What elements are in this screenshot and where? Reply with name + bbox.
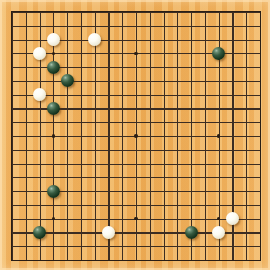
intersection[interactable] <box>170 88 184 102</box>
intersection[interactable] <box>102 239 116 253</box>
intersection[interactable] <box>198 143 212 157</box>
intersection[interactable] <box>115 88 129 102</box>
intersection[interactable] <box>74 46 88 60</box>
intersection[interactable] <box>102 5 116 19</box>
intersection[interactable] <box>226 60 240 74</box>
intersection[interactable] <box>170 226 184 240</box>
intersection[interactable] <box>157 157 171 171</box>
intersection[interactable] <box>143 143 157 157</box>
intersection[interactable] <box>129 19 143 33</box>
intersection[interactable] <box>157 33 171 47</box>
intersection[interactable] <box>198 184 212 198</box>
intersection[interactable] <box>115 226 129 240</box>
intersection[interactable] <box>74 212 88 226</box>
intersection[interactable] <box>88 5 102 19</box>
intersection[interactable] <box>60 19 74 33</box>
intersection[interactable] <box>60 157 74 171</box>
intersection[interactable] <box>102 157 116 171</box>
intersection[interactable] <box>129 88 143 102</box>
intersection[interactable] <box>74 60 88 74</box>
intersection[interactable] <box>102 226 116 240</box>
intersection[interactable] <box>115 184 129 198</box>
intersection[interactable] <box>19 143 33 157</box>
intersection[interactable] <box>239 5 253 19</box>
intersection[interactable] <box>157 253 171 267</box>
intersection[interactable] <box>253 46 267 60</box>
intersection[interactable] <box>5 33 19 47</box>
intersection[interactable] <box>115 198 129 212</box>
intersection[interactable] <box>184 226 198 240</box>
intersection[interactable] <box>115 46 129 60</box>
intersection[interactable] <box>226 157 240 171</box>
intersection[interactable] <box>46 19 60 33</box>
intersection[interactable] <box>5 239 19 253</box>
intersection[interactable] <box>239 212 253 226</box>
intersection[interactable] <box>157 184 171 198</box>
intersection[interactable] <box>74 129 88 143</box>
intersection[interactable] <box>170 198 184 212</box>
intersection[interactable] <box>88 46 102 60</box>
intersection[interactable] <box>88 226 102 240</box>
intersection[interactable] <box>88 129 102 143</box>
intersection[interactable] <box>239 226 253 240</box>
intersection[interactable] <box>157 46 171 60</box>
intersection[interactable] <box>212 33 226 47</box>
intersection[interactable] <box>253 226 267 240</box>
intersection[interactable] <box>157 198 171 212</box>
intersection[interactable] <box>129 239 143 253</box>
intersection[interactable] <box>46 102 60 116</box>
intersection[interactable] <box>102 198 116 212</box>
intersection[interactable] <box>253 74 267 88</box>
intersection[interactable] <box>239 46 253 60</box>
intersection[interactable] <box>60 33 74 47</box>
intersection[interactable] <box>74 19 88 33</box>
intersection[interactable] <box>198 239 212 253</box>
intersection[interactable] <box>184 19 198 33</box>
intersection[interactable] <box>170 157 184 171</box>
intersection[interactable] <box>253 212 267 226</box>
intersection[interactable] <box>184 143 198 157</box>
intersection[interactable] <box>170 115 184 129</box>
intersection[interactable] <box>5 198 19 212</box>
intersection[interactable] <box>129 102 143 116</box>
intersection[interactable] <box>184 212 198 226</box>
intersection[interactable] <box>239 88 253 102</box>
intersection[interactable] <box>74 74 88 88</box>
intersection[interactable] <box>253 143 267 157</box>
intersection[interactable] <box>170 102 184 116</box>
intersection[interactable] <box>198 198 212 212</box>
intersection[interactable] <box>88 253 102 267</box>
intersection[interactable] <box>143 212 157 226</box>
intersection[interactable] <box>19 157 33 171</box>
intersection[interactable] <box>226 198 240 212</box>
intersection[interactable] <box>46 198 60 212</box>
intersection[interactable] <box>5 19 19 33</box>
intersection[interactable] <box>33 88 47 102</box>
intersection[interactable] <box>226 46 240 60</box>
intersection[interactable] <box>60 184 74 198</box>
intersection[interactable] <box>239 129 253 143</box>
intersection[interactable] <box>102 88 116 102</box>
intersection[interactable] <box>74 143 88 157</box>
intersection[interactable] <box>102 184 116 198</box>
intersection[interactable] <box>198 5 212 19</box>
intersection[interactable] <box>157 60 171 74</box>
intersection[interactable] <box>170 33 184 47</box>
intersection[interactable] <box>5 115 19 129</box>
intersection[interactable] <box>198 33 212 47</box>
intersection[interactable] <box>5 253 19 267</box>
intersection[interactable] <box>19 88 33 102</box>
intersection[interactable] <box>253 239 267 253</box>
intersection[interactable] <box>239 253 253 267</box>
intersection[interactable] <box>212 115 226 129</box>
intersection[interactable] <box>129 74 143 88</box>
intersection[interactable] <box>239 60 253 74</box>
intersection[interactable] <box>184 170 198 184</box>
intersection[interactable] <box>102 102 116 116</box>
intersection[interactable] <box>157 102 171 116</box>
intersection[interactable] <box>60 253 74 267</box>
intersection[interactable] <box>60 198 74 212</box>
intersection[interactable] <box>19 212 33 226</box>
intersection[interactable] <box>129 170 143 184</box>
intersection[interactable] <box>60 226 74 240</box>
intersection[interactable] <box>19 74 33 88</box>
intersection[interactable] <box>129 143 143 157</box>
intersection[interactable] <box>253 88 267 102</box>
intersection[interactable] <box>46 212 60 226</box>
intersection[interactable] <box>184 253 198 267</box>
intersection[interactable] <box>33 198 47 212</box>
intersection[interactable] <box>129 157 143 171</box>
intersection[interactable] <box>157 129 171 143</box>
intersection[interactable] <box>88 74 102 88</box>
intersection[interactable] <box>60 74 74 88</box>
intersection[interactable] <box>157 212 171 226</box>
intersection[interactable] <box>226 115 240 129</box>
intersection[interactable] <box>5 46 19 60</box>
intersection[interactable] <box>19 102 33 116</box>
intersection[interactable] <box>198 226 212 240</box>
intersection[interactable] <box>157 115 171 129</box>
intersection[interactable] <box>212 253 226 267</box>
intersection[interactable] <box>143 239 157 253</box>
intersection[interactable] <box>115 33 129 47</box>
intersection[interactable] <box>157 19 171 33</box>
intersection[interactable] <box>212 5 226 19</box>
intersection[interactable] <box>184 33 198 47</box>
intersection[interactable] <box>129 253 143 267</box>
intersection[interactable] <box>143 74 157 88</box>
intersection[interactable] <box>143 129 157 143</box>
intersection[interactable] <box>129 212 143 226</box>
intersection[interactable] <box>212 46 226 60</box>
intersection[interactable] <box>46 170 60 184</box>
intersection[interactable] <box>170 253 184 267</box>
intersection[interactable] <box>143 33 157 47</box>
intersection[interactable] <box>198 19 212 33</box>
intersection[interactable] <box>60 129 74 143</box>
intersection[interactable] <box>184 60 198 74</box>
intersection[interactable] <box>46 239 60 253</box>
intersection[interactable] <box>212 184 226 198</box>
intersection[interactable] <box>88 102 102 116</box>
intersection[interactable] <box>19 253 33 267</box>
intersection[interactable] <box>212 102 226 116</box>
intersection[interactable] <box>212 19 226 33</box>
intersection[interactable] <box>74 239 88 253</box>
intersection[interactable] <box>5 102 19 116</box>
intersection[interactable] <box>74 157 88 171</box>
intersection[interactable] <box>239 102 253 116</box>
intersection[interactable] <box>170 19 184 33</box>
intersection[interactable] <box>226 212 240 226</box>
intersection[interactable] <box>198 60 212 74</box>
intersection[interactable] <box>226 170 240 184</box>
intersection[interactable] <box>129 198 143 212</box>
intersection[interactable] <box>170 143 184 157</box>
intersection[interactable] <box>19 19 33 33</box>
intersection[interactable] <box>115 19 129 33</box>
intersection[interactable] <box>60 88 74 102</box>
intersection[interactable] <box>115 74 129 88</box>
intersection[interactable] <box>88 88 102 102</box>
intersection[interactable] <box>239 239 253 253</box>
intersection[interactable] <box>33 170 47 184</box>
intersection[interactable] <box>74 170 88 184</box>
intersection[interactable] <box>88 143 102 157</box>
intersection[interactable] <box>226 88 240 102</box>
intersection[interactable] <box>184 115 198 129</box>
intersection[interactable] <box>74 184 88 198</box>
intersection[interactable] <box>88 33 102 47</box>
intersection[interactable] <box>239 143 253 157</box>
intersection[interactable] <box>129 226 143 240</box>
intersection[interactable] <box>88 60 102 74</box>
intersection[interactable] <box>184 198 198 212</box>
intersection[interactable] <box>33 74 47 88</box>
intersection[interactable] <box>226 253 240 267</box>
intersection[interactable] <box>143 198 157 212</box>
intersection[interactable] <box>226 5 240 19</box>
intersection[interactable] <box>19 226 33 240</box>
intersection[interactable] <box>198 46 212 60</box>
intersection[interactable] <box>226 184 240 198</box>
intersection[interactable] <box>88 115 102 129</box>
intersection[interactable] <box>253 170 267 184</box>
intersection[interactable] <box>184 102 198 116</box>
intersection[interactable] <box>143 102 157 116</box>
intersection[interactable] <box>170 170 184 184</box>
intersection[interactable] <box>253 19 267 33</box>
intersection[interactable] <box>46 157 60 171</box>
intersection[interactable] <box>102 74 116 88</box>
intersection[interactable] <box>60 102 74 116</box>
intersection[interactable] <box>60 5 74 19</box>
intersection[interactable] <box>115 129 129 143</box>
intersection[interactable] <box>33 102 47 116</box>
intersection[interactable] <box>115 143 129 157</box>
intersection[interactable] <box>33 253 47 267</box>
intersection[interactable] <box>226 74 240 88</box>
intersection[interactable] <box>226 102 240 116</box>
intersection[interactable] <box>46 33 60 47</box>
intersection[interactable] <box>102 253 116 267</box>
intersection[interactable] <box>115 170 129 184</box>
intersection[interactable] <box>19 5 33 19</box>
intersection[interactable] <box>19 33 33 47</box>
intersection[interactable] <box>33 239 47 253</box>
intersection[interactable] <box>60 115 74 129</box>
intersection[interactable] <box>5 170 19 184</box>
intersection[interactable] <box>143 184 157 198</box>
intersection[interactable] <box>226 143 240 157</box>
intersection[interactable] <box>198 170 212 184</box>
intersection[interactable] <box>33 184 47 198</box>
intersection[interactable] <box>143 19 157 33</box>
intersection[interactable] <box>226 239 240 253</box>
intersection[interactable] <box>102 19 116 33</box>
intersection[interactable] <box>157 143 171 157</box>
intersection[interactable] <box>239 19 253 33</box>
intersection[interactable] <box>253 33 267 47</box>
intersection[interactable] <box>253 129 267 143</box>
intersection[interactable] <box>5 212 19 226</box>
intersection[interactable] <box>33 46 47 60</box>
intersection[interactable] <box>102 33 116 47</box>
intersection[interactable] <box>170 129 184 143</box>
intersection[interactable] <box>19 184 33 198</box>
intersection[interactable] <box>198 253 212 267</box>
intersection[interactable] <box>129 129 143 143</box>
intersection[interactable] <box>170 212 184 226</box>
intersection[interactable] <box>157 239 171 253</box>
intersection[interactable] <box>198 88 212 102</box>
intersection[interactable] <box>143 226 157 240</box>
intersection[interactable] <box>88 19 102 33</box>
intersection[interactable] <box>46 226 60 240</box>
intersection[interactable] <box>184 46 198 60</box>
intersection[interactable] <box>5 60 19 74</box>
intersection[interactable] <box>198 157 212 171</box>
intersection[interactable] <box>184 157 198 171</box>
intersection[interactable] <box>102 170 116 184</box>
intersection[interactable] <box>115 115 129 129</box>
intersection[interactable] <box>102 115 116 129</box>
intersection[interactable] <box>239 115 253 129</box>
intersection[interactable] <box>19 239 33 253</box>
intersection[interactable] <box>5 5 19 19</box>
intersection[interactable] <box>143 46 157 60</box>
intersection[interactable] <box>226 19 240 33</box>
intersection[interactable] <box>74 226 88 240</box>
intersection[interactable] <box>74 88 88 102</box>
intersection[interactable] <box>33 143 47 157</box>
intersection[interactable] <box>239 33 253 47</box>
intersection[interactable] <box>19 46 33 60</box>
intersection[interactable] <box>115 212 129 226</box>
intersection[interactable] <box>46 60 60 74</box>
intersection[interactable] <box>157 170 171 184</box>
intersection[interactable] <box>212 60 226 74</box>
intersection[interactable] <box>115 239 129 253</box>
intersection[interactable] <box>19 60 33 74</box>
intersection[interactable] <box>212 74 226 88</box>
intersection[interactable] <box>60 60 74 74</box>
intersection[interactable] <box>33 226 47 240</box>
intersection[interactable] <box>170 60 184 74</box>
intersection[interactable] <box>184 129 198 143</box>
intersection[interactable] <box>212 129 226 143</box>
intersection[interactable] <box>212 198 226 212</box>
intersection[interactable] <box>198 212 212 226</box>
intersection[interactable] <box>33 129 47 143</box>
intersection[interactable] <box>74 253 88 267</box>
intersection[interactable] <box>170 74 184 88</box>
intersection[interactable] <box>102 60 116 74</box>
intersection[interactable] <box>129 33 143 47</box>
intersection[interactable] <box>88 170 102 184</box>
intersection[interactable] <box>5 157 19 171</box>
intersection[interactable] <box>88 212 102 226</box>
intersection[interactable] <box>46 143 60 157</box>
intersection[interactable] <box>60 170 74 184</box>
intersection[interactable] <box>88 157 102 171</box>
intersection[interactable] <box>115 253 129 267</box>
intersection[interactable] <box>157 88 171 102</box>
intersection[interactable] <box>170 5 184 19</box>
intersection[interactable] <box>5 184 19 198</box>
intersection[interactable] <box>88 239 102 253</box>
intersection[interactable] <box>212 212 226 226</box>
intersection[interactable] <box>33 19 47 33</box>
intersection[interactable] <box>212 143 226 157</box>
intersection[interactable] <box>129 5 143 19</box>
intersection[interactable] <box>88 184 102 198</box>
intersection[interactable] <box>170 184 184 198</box>
intersection[interactable] <box>184 5 198 19</box>
intersection[interactable] <box>198 129 212 143</box>
intersection[interactable] <box>129 184 143 198</box>
intersection[interactable] <box>143 253 157 267</box>
intersection[interactable] <box>129 46 143 60</box>
intersection[interactable] <box>143 170 157 184</box>
intersection[interactable] <box>60 212 74 226</box>
intersection[interactable] <box>253 5 267 19</box>
intersection[interactable] <box>184 74 198 88</box>
intersection[interactable] <box>157 5 171 19</box>
intersection[interactable] <box>74 33 88 47</box>
intersection[interactable] <box>143 5 157 19</box>
intersection[interactable] <box>115 5 129 19</box>
intersection[interactable] <box>239 170 253 184</box>
intersection[interactable] <box>198 102 212 116</box>
intersection[interactable] <box>46 88 60 102</box>
intersection[interactable] <box>19 115 33 129</box>
intersection[interactable] <box>5 88 19 102</box>
intersection[interactable] <box>184 88 198 102</box>
intersection[interactable] <box>33 212 47 226</box>
intersection[interactable] <box>157 226 171 240</box>
intersection[interactable] <box>46 115 60 129</box>
intersection[interactable] <box>60 46 74 60</box>
intersection[interactable] <box>60 143 74 157</box>
intersection[interactable] <box>88 198 102 212</box>
intersection[interactable] <box>212 239 226 253</box>
